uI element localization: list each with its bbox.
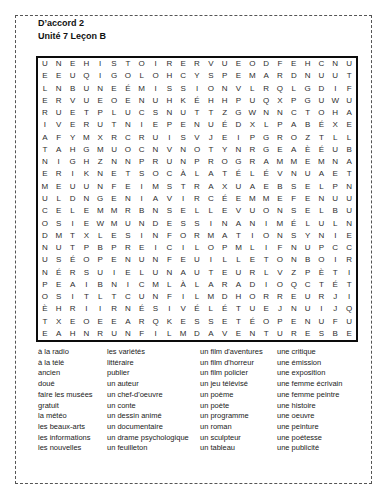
grid-cell-r9c20: E [301, 156, 315, 168]
grid-cell-r18c17: L [259, 266, 273, 278]
grid-cell-r4c14: H [218, 95, 232, 107]
grid-cell-r11c23: N [342, 181, 356, 193]
grid-cell-r12c10: V [162, 193, 176, 205]
grid-cell-r3c8: M [135, 83, 149, 95]
word-item: ancien [38, 368, 107, 379]
grid-cell-r6c7: N [121, 119, 135, 131]
grid-cell-r5c1: R [38, 107, 52, 119]
grid-cell-r9c21: M [315, 156, 329, 168]
grid-cell-r1c18: F [273, 58, 287, 70]
grid-cell-r3c16: L [245, 83, 259, 95]
grid-cell-r12c5: G [93, 193, 107, 205]
grid-cell-r2c6: G [107, 70, 121, 82]
grid-cell-r4c23: U [342, 95, 356, 107]
grid-cell-r3c20: G [301, 83, 315, 95]
grid-cell-r5c7: U [121, 107, 135, 119]
grid-cell-r22c13: S [204, 315, 218, 327]
word-search-grid: UNEHISTOIRERVUEODFEHCNUEEUQIGOLOHCYSPEMA… [36, 56, 358, 342]
grid-cell-r4c8: N [135, 95, 149, 107]
grid-cell-r22c17: O [259, 315, 273, 327]
grid-cell-r10c12: L [190, 168, 204, 180]
unit-lesson-title: Unité 7 Leçon B [38, 30, 106, 43]
grid-cell-r5c3: E [66, 107, 80, 119]
grid-cell-r8c1: T [38, 144, 52, 156]
grid-cell-r8c12: O [190, 144, 204, 156]
grid-cell-r19c19: Q [287, 279, 301, 291]
grid-cell-r22c18: P [273, 315, 287, 327]
grid-cell-r5c10: N [162, 107, 176, 119]
grid-cell-r15c17: O [259, 230, 273, 242]
grid-cell-r23c13: A [204, 328, 218, 340]
grid-cell-r6c5: U [93, 119, 107, 131]
grid-cell-r9c14: O [218, 156, 232, 168]
grid-cell-r19c18: O [273, 279, 287, 291]
grid-cell-r4c16: U [245, 95, 259, 107]
grid-cell-r20c23: I [342, 291, 356, 303]
grid-cell-r22c12: S [190, 315, 204, 327]
grid-cell-r21c3: R [66, 303, 80, 315]
grid-cell-r14c16: N [245, 217, 259, 229]
grid-cell-r11c12: R [190, 181, 204, 193]
grid-cell-r13c1: C [38, 205, 52, 217]
word-item: un jeu télévisé [200, 379, 277, 390]
grid-cell-r7c1: A [38, 132, 52, 144]
grid-cell-r21c2: H [52, 303, 66, 315]
grid-cell-r18c6: I [107, 266, 121, 278]
grid-cell-r3c3: B [66, 83, 80, 95]
grid-cell-r10c2: R [52, 168, 66, 180]
grid-cell-r7c15: I [232, 132, 246, 144]
word-item: une oeuvre [277, 411, 360, 422]
grid-cell-r9c1: N [38, 156, 52, 168]
grid-cell-r21c21: I [315, 303, 329, 315]
grid-cell-r6c17: L [259, 119, 273, 131]
grid-cell-r23c7: N [121, 328, 135, 340]
grid-cell-r12c14: É [218, 193, 232, 205]
grid-cell-r23c8: F [135, 328, 149, 340]
grid-cell-r19c6: N [107, 279, 121, 291]
grid-cell-r16c12: L [190, 242, 204, 254]
grid-cell-r20c15: H [232, 291, 246, 303]
grid-cell-r3c19: L [287, 83, 301, 95]
grid-cell-r15c2: M [52, 230, 66, 242]
grid-cell-r18c7: E [121, 266, 135, 278]
word-item: doué [38, 379, 107, 390]
grid-cell-r11c18: B [273, 181, 287, 193]
grid-cell-r6c23: E [342, 119, 356, 131]
word-list-column-2: les variétéslittérairepublierun auteurun… [107, 347, 200, 454]
grid-cell-r16c17: I [259, 242, 273, 254]
grid-cell-r9c11: N [176, 156, 190, 168]
grid-cell-r9c12: P [190, 156, 204, 168]
grid-cell-r22c19: E [287, 315, 301, 327]
grid-cell-r18c1: N [38, 266, 52, 278]
grid-cell-r20c18: R [273, 291, 287, 303]
grid-cell-r12c16: M [245, 193, 259, 205]
book-title: D’accord 2 [38, 17, 106, 30]
grid-cell-r16c8: E [135, 242, 149, 254]
grid-cell-r1c19: E [287, 58, 301, 70]
grid-cell-r6c1: I [38, 119, 52, 131]
grid-cell-r21c17: E [259, 303, 273, 315]
grid-cell-r21c20: U [301, 303, 315, 315]
grid-cell-r1c3: E [66, 58, 80, 70]
grid-cell-r5c6: L [107, 107, 121, 119]
grid-cell-r6c14: É [218, 119, 232, 131]
word-item: une peinture [277, 422, 360, 433]
grid-cell-r16c23: C [342, 242, 356, 254]
grid-cell-r6c8: I [135, 119, 149, 131]
word-item: la météo [38, 411, 107, 422]
grid-cell-r2c4: Q [79, 70, 93, 82]
grid-cell-r9c3: G [66, 156, 80, 168]
grid-cell-r10c22: E [328, 168, 342, 180]
grid-cell-r23c9: I [149, 328, 163, 340]
grid-cell-r16c15: M [232, 242, 246, 254]
grid-cell-r22c15: T [232, 315, 246, 327]
grid-cell-r14c7: U [121, 217, 135, 229]
grid-cell-r7c10: I [162, 132, 176, 144]
grid-cell-r20c19: E [287, 291, 301, 303]
grid-cell-r10c8: S [135, 168, 149, 180]
grid-cell-r15c22: I [328, 230, 342, 242]
word-item: littéraire [107, 358, 200, 369]
grid-cell-r16c16: L [245, 242, 259, 254]
grid-cell-r13c21: L [315, 205, 329, 217]
grid-cell-r14c8: N [135, 217, 149, 229]
grid-cell-r12c8: I [135, 193, 149, 205]
grid-cell-r5c21: O [315, 107, 329, 119]
grid-cell-r6c22: X [328, 119, 342, 131]
grid-cell-r10c23: T [342, 168, 356, 180]
grid-cell-r10c21: A [315, 168, 329, 180]
grid-cell-r11c14: X [218, 181, 232, 193]
grid-cell-r14c11: S [176, 217, 190, 229]
grid-cell-r13c17: O [259, 205, 273, 217]
grid-cell-r3c9: I [149, 83, 163, 95]
grid-cell-r23c6: U [107, 328, 121, 340]
grid-cell-r10c3: I [66, 168, 80, 180]
grid-cell-r1c13: V [204, 58, 218, 70]
grid-cell-r17c7: N [121, 254, 135, 266]
grid-cell-r22c9: Q [149, 315, 163, 327]
grid-cell-r18c8: L [135, 266, 149, 278]
word-item: un documentaire [107, 422, 200, 433]
grid-cell-r7c18: R [273, 132, 287, 144]
grid-cell-r15c19: S [287, 230, 301, 242]
grid-cell-r2c17: A [259, 70, 273, 82]
grid-cell-r21c12: É [190, 303, 204, 315]
grid-cell-r22c23: U [342, 315, 356, 327]
grid-cell-r14c4: E [79, 217, 93, 229]
word-item: une publicité [277, 443, 360, 454]
grid-cell-r16c18: F [273, 242, 287, 254]
grid-cell-r12c22: U [328, 193, 342, 205]
grid-cell-r6c21: É [315, 119, 329, 131]
grid-cell-r15c3: T [66, 230, 80, 242]
grid-cell-r16c1: N [38, 242, 52, 254]
grid-cell-r6c16: X [245, 119, 259, 131]
grid-cell-r2c9: O [149, 70, 163, 82]
grid-cell-r10c5: N [93, 168, 107, 180]
grid-cell-r7c22: L [328, 132, 342, 144]
grid-cell-r17c18: O [273, 254, 287, 266]
grid-cell-r9c5: Z [93, 156, 107, 168]
grid-cell-r3c2: N [52, 83, 66, 95]
grid-cell-r11c16: A [245, 181, 259, 193]
grid-cell-r13c15: V [232, 205, 246, 217]
grid-cell-r5c12: T [190, 107, 204, 119]
grid-cell-r14c22: L [328, 217, 342, 229]
grid-cell-r21c5: I [93, 303, 107, 315]
grid-cell-r23c15: E [232, 328, 246, 340]
word-item: un dessin animé [107, 411, 200, 422]
grid-cell-r1c17: D [259, 58, 273, 70]
grid-cell-r18c21: È [315, 266, 329, 278]
grid-cell-r14c21: U [315, 217, 329, 229]
grid-cell-r17c4: O [79, 254, 93, 266]
grid-cell-r20c22: J [328, 291, 342, 303]
grid-cell-r8c22: U [328, 144, 342, 156]
grid-cell-r2c21: U [315, 70, 329, 82]
grid-cell-r1c1: U [38, 58, 52, 70]
grid-cell-r12c18: E [273, 193, 287, 205]
grid-cell-r9c13: R [204, 156, 218, 168]
grid-cell-r7c11: S [176, 132, 190, 144]
grid-cell-r2c15: E [232, 70, 246, 82]
word-item: une critique [277, 347, 360, 358]
grid-cell-r13c18: N [273, 205, 287, 217]
grid-cell-r12c7: N [121, 193, 135, 205]
grid-cell-r3c12: I [190, 83, 204, 95]
grid-cell-r20c14: D [218, 291, 232, 303]
grid-cell-r13c23: U [342, 205, 356, 217]
grid-cell-r1c9: I [149, 58, 163, 70]
grid-cell-r14c18: M [273, 217, 287, 229]
grid-cell-r18c10: N [162, 266, 176, 278]
grid-cell-r15c4: X [79, 230, 93, 242]
grid-cell-r20c21: R [315, 291, 329, 303]
grid-cell-r22c16: É [245, 315, 259, 327]
grid-cell-r22c21: U [315, 315, 329, 327]
grid-cell-r1c21: C [315, 58, 329, 70]
grid-cell-r11c8: I [135, 181, 149, 193]
grid-cell-r14c15: A [232, 217, 246, 229]
grid-cell-r20c17: R [259, 291, 273, 303]
grid-cell-r19c16: D [245, 279, 259, 291]
grid-cell-r12c6: E [107, 193, 121, 205]
grid-cell-r19c23: T [342, 279, 356, 291]
grid-cell-r15c16: I [245, 230, 259, 242]
grid-cell-r6c19: A [287, 119, 301, 131]
grid-cell-r3c6: E [107, 83, 121, 95]
grid-cell-r12c12: R [190, 193, 204, 205]
grid-cell-r21c16: U [245, 303, 259, 315]
grid-cell-r17c15: L [232, 254, 246, 266]
grid-cell-r19c1: P [38, 279, 52, 291]
grid-cell-r1c11: E [176, 58, 190, 70]
grid-cell-r6c4: R [79, 119, 93, 131]
grid-cell-r19c12: L [190, 279, 204, 291]
grid-cell-r11c6: F [107, 181, 121, 193]
grid-cell-r11c7: E [121, 181, 135, 193]
grid-cell-r15c1: D [38, 230, 52, 242]
grid-cell-r8c2: A [52, 144, 66, 156]
grid-cell-r22c14: E [218, 315, 232, 327]
grid-cell-r12c2: L [52, 193, 66, 205]
grid-cell-r23c11: M [176, 328, 190, 340]
grid-cell-r20c11: I [176, 291, 190, 303]
grid-cell-r4c12: É [190, 95, 204, 107]
grid-cell-r17c14: L [218, 254, 232, 266]
grid-cell-r4c10: H [162, 95, 176, 107]
grid-cell-r8c7: O [121, 144, 135, 156]
grid-cell-r23c21: S [315, 328, 329, 340]
grid-cell-r20c4: T [79, 291, 93, 303]
grid-cell-r13c7: R [121, 205, 135, 217]
word-item: les variétés [107, 347, 200, 358]
grid-cell-r7c23: L [342, 132, 356, 144]
grid-cell-r10c20: U [301, 168, 315, 180]
grid-cell-r21c14: É [218, 303, 232, 315]
word-item: une émission [277, 358, 360, 369]
grid-cell-r5c16: W [245, 107, 259, 119]
grid-cell-r14c17: I [259, 217, 273, 229]
grid-cell-r18c12: U [190, 266, 204, 278]
grid-cell-r13c20: E [301, 205, 315, 217]
grid-cell-r2c20: N [301, 70, 315, 82]
grid-cell-r8c18: E [273, 144, 287, 156]
grid-cell-r21c6: R [107, 303, 121, 315]
grid-cell-r18c3: R [66, 266, 80, 278]
grid-cell-r15c20: Y [301, 230, 315, 242]
grid-cell-r10c9: O [149, 168, 163, 180]
grid-cell-r20c5: L [93, 291, 107, 303]
grid-cell-r5c13: T [204, 107, 218, 119]
grid-cell-r19c14: R [218, 279, 232, 291]
grid-cell-r23c19: R [287, 328, 301, 340]
grid-cell-r2c3: U [66, 70, 80, 82]
grid-cell-r23c22: B [328, 328, 342, 340]
grid-cell-r23c4: N [79, 328, 93, 340]
grid-cell-r4c15: P [232, 95, 246, 107]
grid-cell-r6c6: T [107, 119, 121, 131]
grid-cell-r17c20: B [301, 254, 315, 266]
grid-cell-r14c14: N [218, 217, 232, 229]
grid-cell-r1c10: R [162, 58, 176, 70]
grid-cell-r19c5: B [93, 279, 107, 291]
grid-cell-r17c8: U [135, 254, 149, 266]
worksheet-page: { "game": "word-search", "header": { "li… [0, 0, 386, 500]
word-item: un programme [200, 411, 277, 422]
word-item: les beaux-arts [38, 422, 107, 433]
grid-cell-r20c16: O [245, 291, 259, 303]
grid-cell-r14c13: I [204, 217, 218, 229]
grid-cell-r15c9: N [149, 230, 163, 242]
grid-cell-r9c6: N [107, 156, 121, 168]
grid-cell-r7c21: T [315, 132, 329, 144]
grid-cell-r8c10: V [162, 144, 176, 156]
grid-cell-r9c16: R [245, 156, 259, 168]
grid-cell-r2c18: R [273, 70, 287, 82]
grid-cell-r6c2: V [52, 119, 66, 131]
grid-cell-r4c7: E [121, 95, 135, 107]
grid-cell-r5c20: T [301, 107, 315, 119]
grid-cell-r17c2: S [52, 254, 66, 266]
grid-cell-r23c5: R [93, 328, 107, 340]
grid-cell-r12c9: A [149, 193, 163, 205]
grid-cell-r16c20: U [301, 242, 315, 254]
grid-cell-r4c20: G [301, 95, 315, 107]
grid-cell-r13c16: U [245, 205, 259, 217]
grid-cell-r9c18: M [273, 156, 287, 168]
word-item: un sculpteur [200, 433, 277, 444]
grid-cell-r2c16: M [245, 70, 259, 82]
grid-cell-r12c13: C [204, 193, 218, 205]
grid-cell-r9c8: P [135, 156, 149, 168]
grid-cell-r23c12: D [190, 328, 204, 340]
grid-cell-r10c11: À [176, 168, 190, 180]
grid-cell-r17c6: E [107, 254, 121, 266]
grid-cell-r6c11: E [176, 119, 190, 131]
grid-cell-r7c5: X [93, 132, 107, 144]
grid-cell-r6c18: P [273, 119, 287, 131]
grid-cell-r3c22: I [328, 83, 342, 95]
grid-cell-r23c20: E [301, 328, 315, 340]
grid-cell-r10c16: L [245, 168, 259, 180]
grid-cell-r16c3: T [66, 242, 80, 254]
word-item: publier [107, 368, 200, 379]
grid-cell-r1c22: N [328, 58, 342, 70]
grid-cell-r10c13: A [204, 168, 218, 180]
word-item: un film d'aventures [200, 347, 277, 358]
grid-cell-r12c19: F [287, 193, 301, 205]
grid-cell-r18c23: I [342, 266, 356, 278]
grid-cell-r13c9: N [149, 205, 163, 217]
word-item: une femme écrivain [277, 379, 360, 390]
grid-cell-r11c21: L [315, 181, 329, 193]
grid-cell-r11c17: E [259, 181, 273, 193]
grid-cell-r22c5: E [93, 315, 107, 327]
grid-cell-r17c1: U [38, 254, 52, 266]
grid-cell-r21c18: J [273, 303, 287, 315]
grid-cell-r16c4: P [79, 242, 93, 254]
grid-cell-r7c16: P [245, 132, 259, 144]
grid-cell-r14c19: É [287, 217, 301, 229]
grid-cell-r12c3: D [66, 193, 80, 205]
word-item: à la télé [38, 358, 107, 369]
word-item: un poème [200, 390, 277, 401]
grid-cell-r7c7: C [121, 132, 135, 144]
grid-cell-r7c14: E [218, 132, 232, 144]
grid-cell-r1c7: T [121, 58, 135, 70]
grid-cell-r17c13: I [204, 254, 218, 266]
grid-cell-r8c8: C [135, 144, 149, 156]
grid-cell-r5c2: U [52, 107, 66, 119]
grid-cell-r7c12: V [190, 132, 204, 144]
grid-cell-r17c5: P [93, 254, 107, 266]
grid-cell-r6c9: E [149, 119, 163, 131]
grid-cell-r6c10: P [162, 119, 176, 131]
word-item: une poétesse [277, 433, 360, 444]
grid-cell-r15c18: N [273, 230, 287, 242]
grid-cell-r18c5: U [93, 266, 107, 278]
grid-cell-r11c13: A [204, 181, 218, 193]
grid-cell-r3c10: S [162, 83, 176, 95]
grid-cell-r7c8: R [135, 132, 149, 144]
grid-cell-r4c11: K [176, 95, 190, 107]
grid-cell-r10c19: N [287, 168, 301, 180]
